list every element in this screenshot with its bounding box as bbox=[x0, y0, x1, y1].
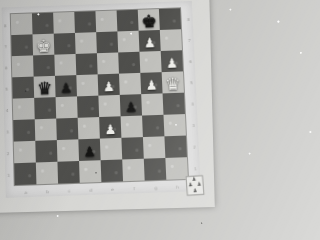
rank-label: 7 bbox=[188, 30, 192, 51]
piece-black-pawn-d2: ♟ bbox=[79, 145, 101, 159]
logo-pawn-icon: ♟ bbox=[193, 188, 198, 194]
rank-label: 2 bbox=[7, 143, 10, 165]
square-f7 bbox=[117, 31, 139, 53]
square-e3: ♟ bbox=[99, 116, 121, 138]
board-border: 87654321 87654321 abcdefgh ♚♚♟♟♛♟♟♟♛♟♟♟ … bbox=[2, 1, 200, 198]
square-d8 bbox=[74, 11, 96, 33]
square-e2 bbox=[100, 138, 122, 160]
rank-label: 8 bbox=[4, 15, 7, 36]
piece-black-pawn-f4: ♟ bbox=[120, 100, 142, 114]
square-h5: ♛ bbox=[162, 71, 184, 93]
rank-label: 7 bbox=[4, 36, 7, 57]
chessboard-photo: 87654321 87654321 abcdefgh ♚♚♟♟♛♟♟♟♛♟♟♟ … bbox=[0, 0, 200, 200]
square-d2: ♟ bbox=[78, 139, 100, 161]
piece-white-pawn-e5: ♟ bbox=[98, 80, 120, 94]
square-f3 bbox=[121, 116, 143, 138]
square-a4 bbox=[13, 98, 35, 120]
piece-white-pawn-g7: ♟ bbox=[139, 36, 161, 50]
square-c6 bbox=[54, 54, 76, 76]
square-b3 bbox=[35, 119, 57, 141]
square-g4 bbox=[141, 93, 163, 115]
piece-black-queen-b5: ♛ bbox=[34, 80, 56, 98]
square-h3 bbox=[163, 114, 185, 136]
file-label: b bbox=[37, 189, 59, 195]
square-d7 bbox=[75, 32, 97, 54]
square-b1 bbox=[36, 162, 58, 185]
square-a1 bbox=[14, 162, 36, 185]
piece-white-queen-h5: ♛ bbox=[162, 75, 184, 93]
square-d4 bbox=[77, 96, 99, 118]
square-c7 bbox=[54, 33, 76, 55]
square-d3 bbox=[78, 117, 100, 139]
square-e1 bbox=[101, 159, 123, 182]
square-f2 bbox=[121, 137, 143, 159]
rank-label: 5 bbox=[5, 78, 8, 99]
file-label: g bbox=[145, 185, 167, 191]
square-h7 bbox=[160, 29, 182, 51]
rank-label: 3 bbox=[192, 115, 196, 137]
square-a6 bbox=[12, 55, 34, 77]
square-e5: ♟ bbox=[98, 74, 120, 96]
square-e6 bbox=[97, 52, 119, 74]
square-g3 bbox=[142, 115, 164, 137]
piece-white-pawn-e3: ♟ bbox=[99, 122, 121, 136]
square-b2 bbox=[35, 140, 57, 162]
rank-label: 5 bbox=[190, 72, 194, 93]
square-g8: ♚ bbox=[138, 9, 160, 31]
rank-label: 8 bbox=[187, 9, 191, 30]
square-f5 bbox=[119, 73, 141, 95]
square-a3 bbox=[13, 119, 35, 141]
rank-label: 6 bbox=[5, 57, 8, 78]
square-d1 bbox=[79, 160, 101, 183]
square-d6 bbox=[76, 53, 98, 75]
square-b6 bbox=[33, 55, 55, 77]
square-b8 bbox=[32, 13, 54, 35]
rank-label: 6 bbox=[189, 51, 193, 72]
square-f8 bbox=[117, 10, 139, 32]
square-c2 bbox=[57, 139, 79, 161]
square-g1 bbox=[144, 158, 167, 181]
square-a2 bbox=[14, 141, 36, 163]
square-a8 bbox=[11, 13, 33, 35]
square-b5: ♛ bbox=[34, 76, 56, 98]
piece-white-king-b7: ♚ bbox=[33, 38, 55, 56]
board-wrap: 87654321 87654321 abcdefgh ♚♚♟♟♛♟♟♟♛♟♟♟ … bbox=[2, 1, 200, 198]
logo-pawn-icon: ♟ bbox=[188, 182, 193, 188]
square-h8 bbox=[159, 8, 181, 30]
logo-pawn-icon: ♟ bbox=[197, 181, 200, 187]
square-f6 bbox=[118, 52, 140, 74]
piece-black-king-g8: ♚ bbox=[138, 13, 160, 31]
square-c1 bbox=[57, 161, 79, 184]
rank-label: 2 bbox=[193, 136, 197, 158]
piece-white-pawn-h6: ♟ bbox=[161, 56, 183, 70]
square-g6 bbox=[139, 51, 161, 73]
file-label: d bbox=[80, 187, 102, 193]
square-b7: ♚ bbox=[33, 34, 55, 56]
square-g2 bbox=[143, 136, 165, 158]
rank-labels-left: 87654321 bbox=[4, 15, 10, 186]
square-a5 bbox=[12, 77, 34, 99]
square-f1 bbox=[122, 159, 144, 182]
square-h2 bbox=[164, 136, 187, 158]
square-h6: ♟ bbox=[161, 50, 183, 72]
square-e4 bbox=[98, 95, 120, 117]
square-g5: ♟ bbox=[140, 72, 162, 94]
square-c5: ♟ bbox=[55, 75, 77, 97]
rank-label: 4 bbox=[6, 100, 9, 122]
rank-label: 3 bbox=[6, 121, 9, 143]
file-label: f bbox=[123, 186, 145, 192]
square-c8 bbox=[53, 12, 75, 34]
file-label: e bbox=[102, 186, 124, 192]
chess-board: ♚♚♟♟♛♟♟♟♛♟♟♟ bbox=[11, 8, 188, 185]
piece-black-pawn-c5: ♟ bbox=[55, 81, 77, 95]
rank-label: 4 bbox=[191, 93, 195, 114]
rank-label: 1 bbox=[7, 164, 10, 186]
square-f4: ♟ bbox=[120, 94, 142, 116]
square-e8 bbox=[95, 11, 117, 33]
square-g7: ♟ bbox=[139, 30, 161, 52]
square-a7 bbox=[11, 34, 33, 56]
piece-white-pawn-g5: ♟ bbox=[141, 78, 163, 92]
four-pawns-diamond-logo: ♟ ♟ ♟ ♟ bbox=[185, 175, 200, 196]
square-b4 bbox=[34, 97, 56, 119]
square-c3 bbox=[56, 118, 78, 140]
square-h4 bbox=[163, 93, 185, 115]
file-label: a bbox=[15, 189, 37, 195]
square-e7 bbox=[96, 31, 118, 53]
file-label: c bbox=[58, 188, 80, 194]
square-d5 bbox=[76, 74, 98, 96]
square-c4 bbox=[56, 96, 78, 118]
